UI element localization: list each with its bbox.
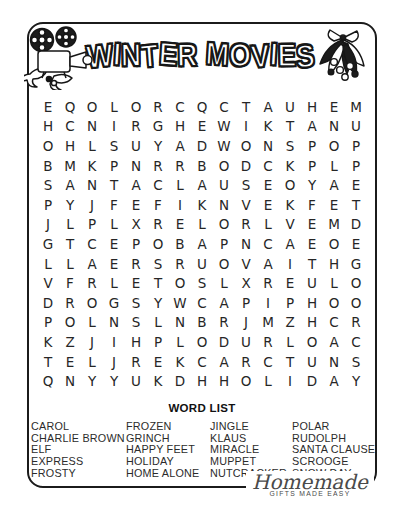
word-list-item: JINGLE <box>210 421 287 433</box>
grid-cell[interactable]: A <box>323 332 345 352</box>
grid-cell[interactable]: U <box>301 273 323 293</box>
grid-cell[interactable]: J <box>235 313 257 333</box>
grid-cell[interactable]: C <box>257 352 279 372</box>
grid-cell[interactable]: K <box>169 352 191 372</box>
grid-cell[interactable]: O <box>169 273 191 293</box>
grid-cell[interactable]: T <box>37 352 59 372</box>
grid-cell[interactable]: S <box>103 136 125 156</box>
grid-cell[interactable]: R <box>235 215 257 235</box>
grid-cell[interactable]: H <box>323 254 345 274</box>
grid-cell[interactable]: P <box>213 234 235 254</box>
grid-cell[interactable]: E <box>59 352 81 372</box>
grid-cell[interactable]: C <box>257 234 279 254</box>
grid-cell[interactable]: L <box>59 215 81 235</box>
grid-cell[interactable]: L <box>37 254 59 274</box>
grid-cell[interactable]: L <box>257 371 279 391</box>
grid-cell[interactable]: W <box>213 117 235 137</box>
grid-cell[interactable]: A <box>257 254 279 274</box>
grid-cell[interactable]: G <box>147 117 169 137</box>
grid-cell[interactable]: K <box>279 156 301 176</box>
grid-cell[interactable]: G <box>103 293 125 313</box>
grid-cell[interactable]: P <box>235 293 257 313</box>
word-list-item: FROSTY <box>31 468 125 480</box>
grid-cell[interactable]: R <box>257 273 279 293</box>
grid-cell[interactable]: E <box>345 234 367 254</box>
grid-cell[interactable]: S <box>37 175 59 195</box>
grid-cell[interactable]: X <box>125 215 147 235</box>
grid-cell[interactable]: T <box>59 234 81 254</box>
grid-cell[interactable]: C <box>345 332 367 352</box>
title-letter: V <box>250 39 271 73</box>
grid-cell[interactable]: L <box>169 175 191 195</box>
grid-cell[interactable]: C <box>169 97 191 117</box>
grid-cell[interactable]: A <box>301 117 323 137</box>
word-list-header: WORD LIST <box>27 402 377 414</box>
grid-cell[interactable]: S <box>279 136 301 156</box>
grid-cell[interactable]: L <box>147 313 169 333</box>
grid-cell[interactable]: R <box>59 293 81 313</box>
grid-cell[interactable]: V <box>279 215 301 235</box>
grid-cell[interactable]: A <box>191 234 213 254</box>
grid-cell[interactable]: B <box>191 313 213 333</box>
page-title: WINTER MOVIES <box>103 28 298 82</box>
grid-cell[interactable]: J <box>37 215 59 235</box>
grid-cell[interactable]: P <box>345 136 367 156</box>
grid-cell[interactable]: Y <box>147 136 169 156</box>
grid-cell[interactable]: Y <box>59 195 81 215</box>
grid-cell[interactable]: U <box>301 352 323 372</box>
grid-cell[interactable]: E <box>103 234 125 254</box>
word-list-item: POLAR <box>292 421 375 433</box>
grid-cell[interactable]: R <box>125 117 147 137</box>
grid-cell[interactable]: O <box>323 293 345 313</box>
grid-cell[interactable]: E <box>169 215 191 235</box>
grid-cell[interactable]: Q <box>37 371 59 391</box>
grid-cell[interactable]: W <box>169 293 191 313</box>
grid-cell[interactable]: T <box>235 97 257 117</box>
grid-cell[interactable]: A <box>213 293 235 313</box>
grid-cell[interactable]: I <box>279 371 301 391</box>
grid-cell[interactable]: N <box>103 313 125 333</box>
grid-cell[interactable]: A <box>213 352 235 372</box>
grid-cell[interactable]: D <box>37 293 59 313</box>
grid-cell[interactable]: L <box>323 273 345 293</box>
grid-cell[interactable]: I <box>257 293 279 313</box>
grid-cell[interactable]: L <box>59 254 81 274</box>
grid-cell[interactable]: H <box>125 332 147 352</box>
grid-cell[interactable]: A <box>125 175 147 195</box>
grid-cell[interactable]: E <box>257 195 279 215</box>
grid-cell[interactable]: D <box>235 156 257 176</box>
grid-cell[interactable]: T <box>279 117 301 137</box>
grid-cell[interactable]: M <box>345 97 367 117</box>
grid-cell[interactable]: N <box>235 234 257 254</box>
grid-cell[interactable]: V <box>235 195 257 215</box>
grid-cell[interactable]: L <box>81 313 103 333</box>
grid-cell[interactable]: Y <box>103 371 125 391</box>
grid-cell[interactable]: E <box>125 195 147 215</box>
grid-cell[interactable]: L <box>257 215 279 235</box>
grid-cell[interactable]: H <box>169 117 191 137</box>
grid-cell[interactable]: B <box>37 156 59 176</box>
grid-cell[interactable]: H <box>37 117 59 137</box>
grid-cell[interactable]: Q <box>191 97 213 117</box>
grid-cell[interactable]: O <box>147 234 169 254</box>
word-list-item: FROZEN <box>126 421 199 433</box>
grid-cell[interactable]: L <box>81 136 103 156</box>
grid-cell[interactable]: E <box>301 215 323 235</box>
grid-cell[interactable]: A <box>323 175 345 195</box>
grid-cell[interactable]: R <box>125 352 147 372</box>
grid-cell[interactable]: V <box>235 254 257 274</box>
title-letter: R <box>177 39 198 71</box>
grid-cell[interactable]: E <box>279 273 301 293</box>
grid-cell[interactable]: J <box>81 195 103 215</box>
grid-cell[interactable]: H <box>301 313 323 333</box>
grid-cell[interactable]: C <box>81 234 103 254</box>
title-letter: E <box>277 39 296 71</box>
grid-cell[interactable]: F <box>59 273 81 293</box>
grid-cell[interactable]: Y <box>345 371 367 391</box>
grid-cell[interactable]: P <box>345 156 367 176</box>
grid-cell[interactable]: O <box>81 97 103 117</box>
grid-cell[interactable]: N <box>125 156 147 176</box>
grid-cell[interactable]: L <box>279 332 301 352</box>
grid-cell[interactable]: Z <box>279 313 301 333</box>
grid-cell[interactable]: D <box>169 371 191 391</box>
title-letter: O <box>229 39 251 71</box>
grid-cell[interactable]: E <box>37 97 59 117</box>
grid-cell[interactable]: O <box>191 332 213 352</box>
grid-cell[interactable]: M <box>59 156 81 176</box>
letter-grid: EQOLORCQCTAUHEMHCNIRGHEWIKTANUOHLSUYADWO… <box>37 97 367 391</box>
grid-cell[interactable]: E <box>323 97 345 117</box>
grid-cell[interactable]: B <box>191 156 213 176</box>
title-letter: E <box>158 37 179 70</box>
grid-cell[interactable]: C <box>191 293 213 313</box>
grid-cell[interactable]: U <box>191 254 213 274</box>
grid-cell[interactable]: D <box>191 136 213 156</box>
grid-cell[interactable]: D <box>301 371 323 391</box>
grid-cell[interactable]: C <box>213 97 235 117</box>
grid-cell[interactable]: X <box>235 273 257 293</box>
word-list-item: CAROL <box>31 421 125 433</box>
grid-cell[interactable]: A <box>191 175 213 195</box>
grid-cell[interactable]: U <box>235 332 257 352</box>
grid-cell[interactable]: R <box>257 332 279 352</box>
grid-cell[interactable]: R <box>169 254 191 274</box>
word-list-column-1: CAROLCHARLIE BROWNELFEXPRESSFROSTY <box>31 421 125 480</box>
grid-cell[interactable]: U <box>125 371 147 391</box>
grid-cell[interactable]: S <box>125 293 147 313</box>
grid-cell[interactable]: E <box>301 234 323 254</box>
grid-cell[interactable]: A <box>169 136 191 156</box>
grid-cell[interactable]: P <box>37 195 59 215</box>
grid-cell[interactable]: I <box>103 117 125 137</box>
grid-cell[interactable]: E <box>323 195 345 215</box>
grid-cell[interactable]: H <box>301 293 323 313</box>
grid-cell[interactable]: P <box>301 136 323 156</box>
title-letter: T <box>140 39 160 73</box>
grid-cell[interactable]: P <box>81 215 103 235</box>
grid-cell[interactable]: I <box>169 195 191 215</box>
grid-cell[interactable]: P <box>279 293 301 313</box>
grid-cell[interactable]: R <box>345 313 367 333</box>
grid-cell[interactable]: L <box>103 273 125 293</box>
grid-cell[interactable]: N <box>323 352 345 372</box>
grid-cell[interactable]: R <box>235 352 257 372</box>
grid-cell[interactable]: S <box>235 175 257 195</box>
grid-cell[interactable]: O <box>345 273 367 293</box>
brand-logo: Homemade GIFTS MADE EASY <box>246 471 374 497</box>
grid-cell[interactable]: A <box>257 97 279 117</box>
grid-cell[interactable]: G <box>37 234 59 254</box>
grid-cell[interactable]: H <box>213 371 235 391</box>
grid-cell[interactable]: U <box>279 97 301 117</box>
grid-cell[interactable]: O <box>279 175 301 195</box>
grid-cell[interactable]: F <box>301 195 323 215</box>
grid-cell[interactable]: T <box>103 175 125 195</box>
grid-cell[interactable]: E <box>103 254 125 274</box>
grid-cell[interactable]: A <box>279 234 301 254</box>
grid-cell[interactable]: F <box>103 195 125 215</box>
grid-cell[interactable]: L <box>191 215 213 235</box>
grid-cell[interactable]: R <box>147 156 169 176</box>
title-letter: N <box>121 39 142 71</box>
grid-cell[interactable]: D <box>213 332 235 352</box>
grid-cell[interactable]: Y <box>301 175 323 195</box>
grid-cell[interactable]: T <box>345 195 367 215</box>
grid-cell[interactable]: P <box>103 156 125 176</box>
grid-cell[interactable]: A <box>323 371 345 391</box>
grid-cell[interactable]: E <box>191 117 213 137</box>
grid-cell[interactable]: O <box>235 371 257 391</box>
grid-cell[interactable]: O <box>323 234 345 254</box>
grid-cell[interactable]: O <box>125 97 147 117</box>
grid-cell[interactable]: N <box>257 136 279 156</box>
grid-cell[interactable]: Y <box>81 371 103 391</box>
grid-cell[interactable]: R <box>169 156 191 176</box>
film-projector-icon <box>24 24 100 90</box>
word-list-item: HOME ALONE <box>126 468 199 480</box>
grid-cell[interactable]: C <box>323 313 345 333</box>
grid-cell[interactable]: U <box>213 175 235 195</box>
grid-cell[interactable]: T <box>279 352 301 372</box>
grid-cell[interactable]: S <box>147 254 169 274</box>
grid-cell[interactable]: Z <box>59 332 81 352</box>
grid-cell[interactable]: N <box>59 371 81 391</box>
grid-cell[interactable]: N <box>81 175 103 195</box>
grid-cell[interactable]: F <box>147 195 169 215</box>
grid-cell[interactable]: E <box>257 175 279 195</box>
grid-cell[interactable]: C <box>59 117 81 137</box>
grid-cell[interactable]: I <box>279 254 301 274</box>
grid-cell[interactable]: G <box>345 254 367 274</box>
grid-cell[interactable]: O <box>301 332 323 352</box>
grid-cell[interactable]: Y <box>147 293 169 313</box>
grid-cell[interactable]: I <box>103 332 125 352</box>
grid-cell[interactable]: O <box>37 136 59 156</box>
grid-cell[interactable]: B <box>169 234 191 254</box>
grid-cell[interactable]: R <box>213 313 235 333</box>
grid-cell[interactable]: A <box>81 254 103 274</box>
grid-cell[interactable]: V <box>37 273 59 293</box>
grid-cell[interactable]: H <box>59 136 81 156</box>
grid-cell[interactable]: O <box>59 313 81 333</box>
grid-cell[interactable]: M <box>257 313 279 333</box>
grid-cell[interactable]: P <box>147 332 169 352</box>
grid-cell[interactable]: C <box>191 352 213 372</box>
grid-cell[interactable]: Q <box>59 97 81 117</box>
grid-cell[interactable]: P <box>37 313 59 333</box>
grid-cell[interactable]: E <box>345 175 367 195</box>
mistletoe-icon <box>310 22 376 92</box>
grid-cell[interactable]: S <box>125 313 147 333</box>
grid-cell[interactable]: S <box>345 352 367 372</box>
grid-cell[interactable]: N <box>169 313 191 333</box>
grid-cell[interactable]: T <box>301 254 323 274</box>
grid-cell[interactable]: L <box>323 156 345 176</box>
grid-cell[interactable]: K <box>279 195 301 215</box>
grid-cell[interactable]: O <box>81 293 103 313</box>
grid-cell[interactable]: M <box>323 215 345 235</box>
grid-cell[interactable]: E <box>125 273 147 293</box>
grid-cell[interactable]: C <box>147 175 169 195</box>
grid-cell[interactable]: K <box>191 195 213 215</box>
grid-cell[interactable]: O <box>323 136 345 156</box>
grid-cell[interactable]: N <box>213 195 235 215</box>
grid-cell[interactable]: H <box>191 371 213 391</box>
grid-cell[interactable]: P <box>301 156 323 176</box>
grid-cell[interactable]: L <box>103 215 125 235</box>
grid-cell[interactable]: W <box>213 136 235 156</box>
grid-cell[interactable]: U <box>125 136 147 156</box>
grid-cell[interactable]: R <box>125 254 147 274</box>
grid-cell[interactable]: J <box>103 352 125 372</box>
grid-cell[interactable]: L <box>169 332 191 352</box>
grid-cell[interactable]: N <box>81 117 103 137</box>
grid-cell[interactable]: K <box>37 332 59 352</box>
grid-cell[interactable]: L <box>81 352 103 372</box>
grid-cell[interactable]: P <box>125 234 147 254</box>
grid-cell[interactable]: O <box>235 136 257 156</box>
grid-cell[interactable]: K <box>257 117 279 137</box>
word-list-column-2: FROZENGRINCHHAPPY FEETHOLIDAYHOME ALONE <box>126 421 199 480</box>
grid-cell[interactable]: C <box>257 156 279 176</box>
grid-cell[interactable]: E <box>147 352 169 372</box>
grid-cell[interactable]: H <box>301 97 323 117</box>
grid-cell[interactable]: S <box>191 273 213 293</box>
grid-cell[interactable]: O <box>345 293 367 313</box>
grid-cell[interactable]: O <box>213 254 235 274</box>
grid-cell[interactable]: N <box>323 117 345 137</box>
grid-cell[interactable]: U <box>345 117 367 137</box>
grid-cell[interactable]: L <box>213 273 235 293</box>
grid-cell[interactable]: K <box>81 156 103 176</box>
grid-cell[interactable]: T <box>147 273 169 293</box>
grid-cell[interactable]: O <box>213 156 235 176</box>
grid-cell[interactable]: L <box>103 97 125 117</box>
grid-cell[interactable]: R <box>81 273 103 293</box>
grid-cell[interactable]: K <box>147 371 169 391</box>
grid-cell[interactable]: J <box>81 332 103 352</box>
title-letter: M <box>205 37 230 71</box>
grid-cell[interactable]: O <box>213 215 235 235</box>
grid-cell[interactable]: R <box>147 215 169 235</box>
grid-cell[interactable]: R <box>147 97 169 117</box>
grid-cell[interactable]: A <box>59 175 81 195</box>
grid-cell[interactable]: D <box>345 215 367 235</box>
grid-cell[interactable]: I <box>235 117 257 137</box>
